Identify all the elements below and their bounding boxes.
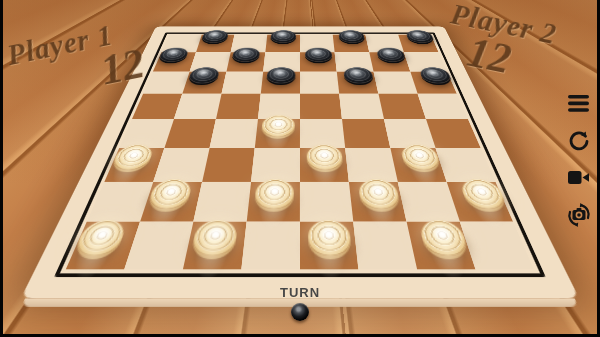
menu-button[interactable] — [566, 91, 591, 116]
camera-button[interactable] — [566, 165, 591, 190]
toolbar — [566, 91, 591, 227]
turn-indicator: TURN — [0, 285, 600, 321]
square-d3 — [251, 148, 300, 182]
camera-icon — [568, 170, 590, 185]
square-c5[interactable] — [216, 94, 261, 119]
white-piece-e3[interactable] — [306, 144, 343, 169]
square-f3 — [345, 148, 398, 182]
turn-label: TURN — [0, 285, 600, 300]
switch-view-button[interactable] — [566, 202, 591, 227]
white-piece-d4[interactable] — [261, 115, 295, 136]
white-piece-d2[interactable] — [253, 179, 293, 208]
square-e6 — [300, 72, 339, 94]
square-e5[interactable] — [300, 94, 342, 119]
restart-button[interactable] — [566, 128, 591, 153]
turn-piece-black — [291, 303, 309, 321]
square-c3[interactable] — [202, 148, 255, 182]
square-b5 — [174, 94, 222, 119]
black-piece-e7[interactable] — [305, 47, 332, 61]
restart-icon — [568, 130, 590, 152]
switch-view-icon — [567, 203, 591, 227]
square-f4[interactable] — [342, 119, 390, 148]
menu-icon — [568, 95, 589, 112]
game-stage: Player 1 12 Player 2 12 — [0, 0, 600, 337]
letterbox-left — [0, 0, 3, 337]
square-b4[interactable] — [164, 119, 216, 148]
square-c6 — [222, 72, 264, 94]
square-c4 — [210, 119, 258, 148]
square-b3 — [153, 148, 209, 182]
square-c2 — [193, 182, 251, 222]
square-f5 — [339, 94, 384, 119]
